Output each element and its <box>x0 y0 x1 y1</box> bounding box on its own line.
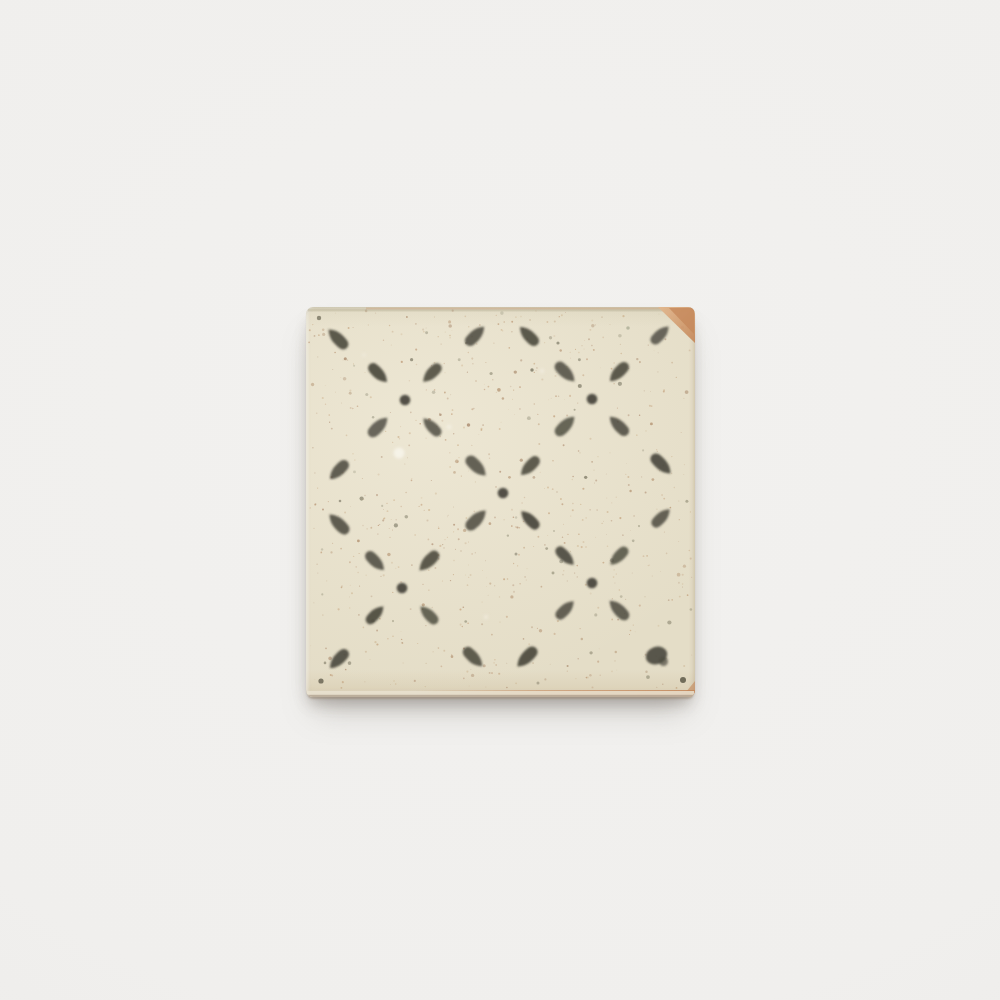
flower-edge-left <box>325 458 352 538</box>
terracotta-clay-details <box>366 307 695 697</box>
flower-corner-tr <box>648 323 672 347</box>
tile-glaze-layers <box>307 307 695 697</box>
flower-edge-right <box>648 451 675 530</box>
flower-full-e <box>553 544 632 623</box>
flower-edge-top <box>462 323 541 349</box>
flower-full-b <box>552 359 632 439</box>
glaze-speckles <box>308 310 692 689</box>
flower-corner-br <box>643 644 669 667</box>
glaze-highlight-spots <box>362 353 544 619</box>
flower-full-d <box>363 548 442 627</box>
flower-edge-bottom <box>460 644 540 671</box>
tile-surface-art <box>306 307 695 697</box>
petal-pattern <box>324 323 674 672</box>
flower-full-a <box>365 361 444 440</box>
flower-corner-tl <box>324 325 350 351</box>
photo-background <box>0 0 1000 1000</box>
flower-full-c <box>463 453 543 533</box>
ceramic-tile <box>306 307 695 697</box>
